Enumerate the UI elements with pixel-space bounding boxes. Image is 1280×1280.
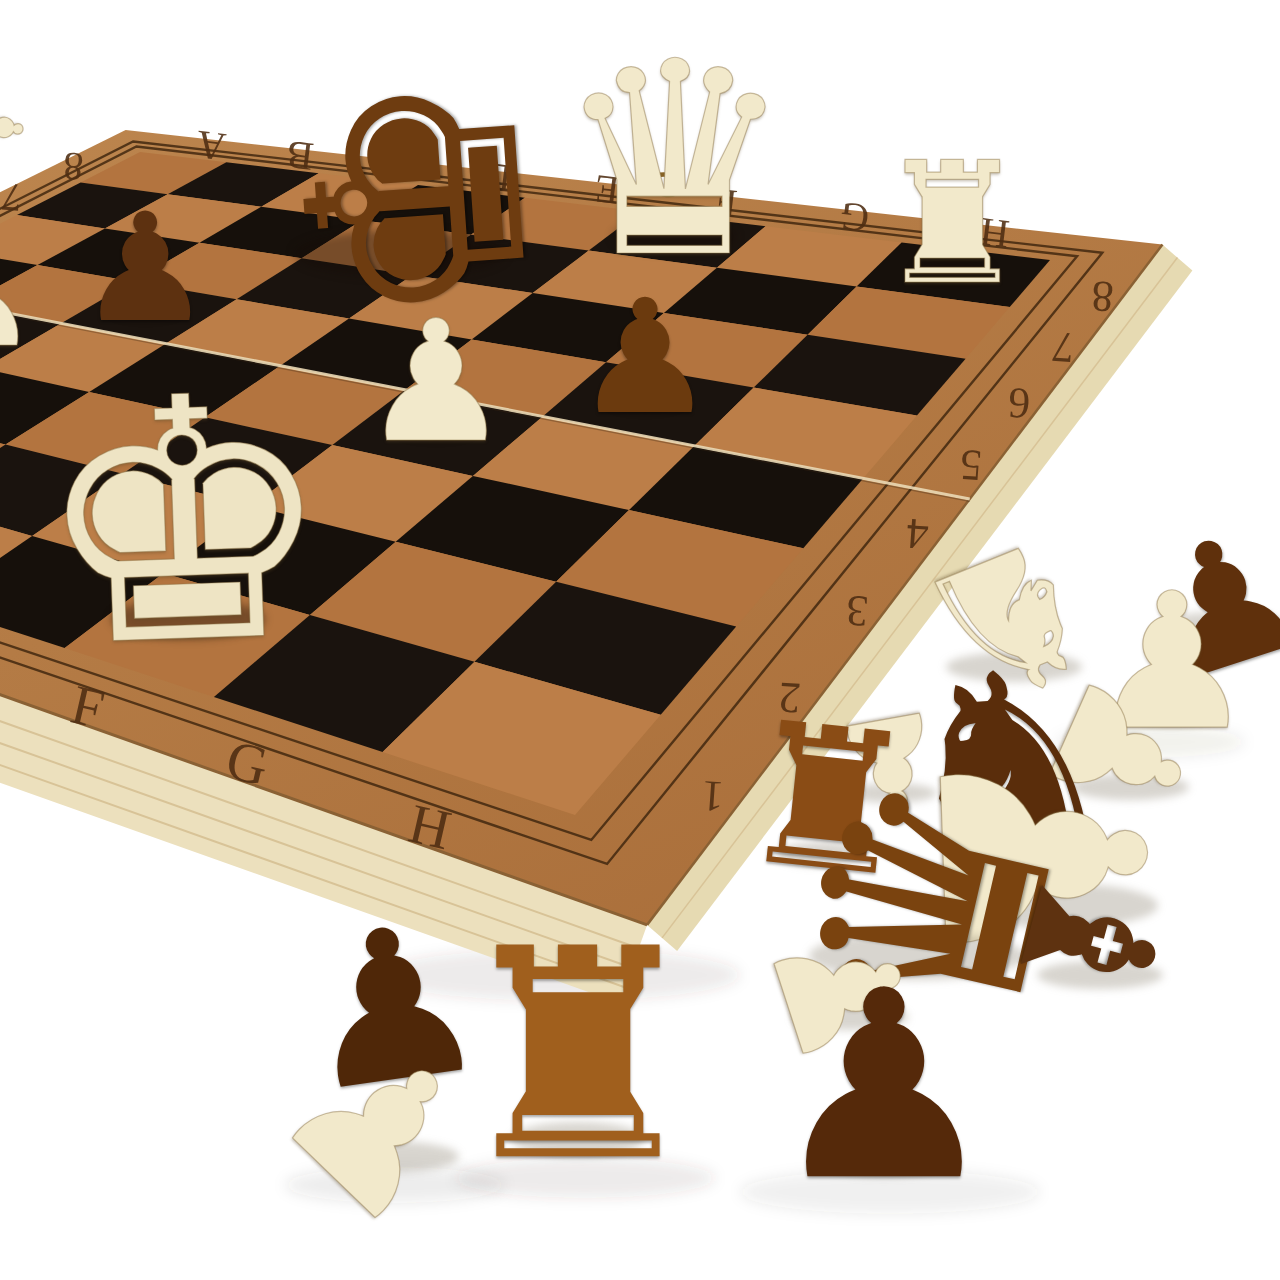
chess-set-photo: ABCDEFGH87654321ABCDEFGH87654321 ♚♟♟♟♟♛♜… <box>0 0 1280 1280</box>
rank-label-right-1: 1 <box>700 771 725 821</box>
rank-label-right-7: 7 <box>1050 322 1075 372</box>
rank-label-left-7: 7 <box>0 174 23 220</box>
file-label-far-f: F <box>712 179 740 226</box>
file-label-far-e: E <box>592 166 622 214</box>
floor-shadow <box>740 1170 1040 1214</box>
rank-label-right-2: 2 <box>777 673 802 723</box>
rank-label-left-8: 8 <box>62 143 85 189</box>
file-label-far-c: C <box>379 142 411 190</box>
rank-label-right-5: 5 <box>958 440 983 490</box>
floor-shadow <box>1055 726 1245 758</box>
rank-label-right-4: 4 <box>905 509 930 559</box>
rank-label-right-3: 3 <box>845 586 870 636</box>
file-label-far-h: H <box>977 209 1011 257</box>
file-label-far-g: G <box>837 193 871 241</box>
rank-label-right-8: 8 <box>1090 271 1115 321</box>
file-label-far-d: D <box>480 154 514 202</box>
rank-label-right-6: 6 <box>1007 378 1032 428</box>
file-label-far-b: B <box>284 132 316 180</box>
chess-board: ABCDEFGH87654321ABCDEFGH87654321 <box>0 0 1280 1280</box>
file-label-far-a: A <box>194 122 228 170</box>
floor-shadow <box>285 1167 505 1203</box>
